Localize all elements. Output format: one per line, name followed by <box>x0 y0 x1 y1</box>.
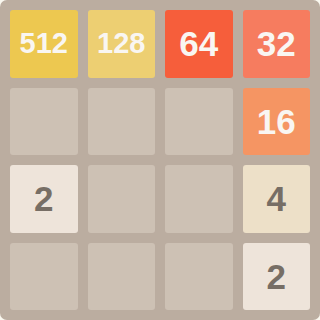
tile-32: 32 <box>243 10 311 78</box>
board-2048[interactable]: 512128643216242 <box>0 0 320 320</box>
tile-64: 64 <box>165 10 233 78</box>
empty-cell <box>88 243 156 311</box>
empty-cell <box>10 243 78 311</box>
tile-2: 2 <box>10 165 78 233</box>
tile-512: 512 <box>10 10 78 78</box>
tile-4: 4 <box>243 165 311 233</box>
tile-2: 2 <box>243 243 311 311</box>
empty-cell <box>165 88 233 156</box>
empty-cell <box>88 165 156 233</box>
empty-cell <box>165 165 233 233</box>
empty-cell <box>165 243 233 311</box>
tile-128: 128 <box>88 10 156 78</box>
empty-cell <box>88 88 156 156</box>
empty-cell <box>10 88 78 156</box>
tile-16: 16 <box>243 88 311 156</box>
